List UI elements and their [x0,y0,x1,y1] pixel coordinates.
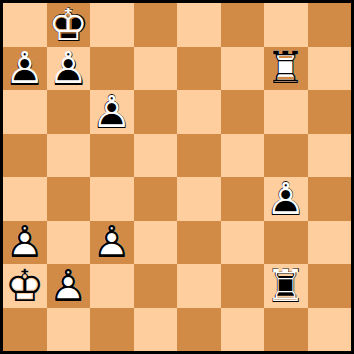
white-rook-body: ♜︎ [264,47,308,91]
square-f6[interactable] [221,90,265,134]
piece-black-rook[interactable]: ♜︎♖︎ [264,264,308,308]
square-a4[interactable] [3,177,47,221]
square-d3[interactable] [134,221,178,265]
square-e4[interactable] [177,177,221,221]
chess-diagram: ♚︎♔︎♟︎♙︎♟︎♙︎♜︎♖︎♟︎♙︎♟︎♙︎♟︎♙︎♟︎♙︎♚︎♔︎♟︎♙︎… [0,0,354,354]
chess-board: ♚︎♔︎♟︎♙︎♟︎♙︎♜︎♖︎♟︎♙︎♟︎♙︎♟︎♙︎♟︎♙︎♚︎♔︎♟︎♙︎… [3,3,351,351]
square-d2[interactable] [134,264,178,308]
square-g8[interactable] [264,3,308,47]
square-b3[interactable] [47,221,91,265]
square-g3[interactable] [264,221,308,265]
square-e6[interactable] [177,90,221,134]
square-f5[interactable] [221,134,265,178]
square-h3[interactable] [308,221,352,265]
square-d7[interactable] [134,47,178,91]
square-d6[interactable] [134,90,178,134]
white-pawn-body: ♟︎ [3,221,47,265]
square-b6[interactable] [47,90,91,134]
piece-white-pawn[interactable]: ♟︎♙︎ [3,221,47,265]
square-f3[interactable] [221,221,265,265]
black-pawn-outline: ♙︎ [90,90,134,134]
piece-black-king[interactable]: ♚︎♔︎ [47,3,91,47]
square-d1[interactable] [134,308,178,352]
square-e8[interactable] [177,3,221,47]
square-g6[interactable] [264,90,308,134]
square-g2[interactable]: ♜︎♖︎ [264,264,308,308]
white-pawn-outline: ♙︎ [90,221,134,265]
square-d5[interactable] [134,134,178,178]
square-f4[interactable] [221,177,265,221]
square-h1[interactable] [308,308,352,352]
square-e2[interactable] [177,264,221,308]
square-g1[interactable] [264,308,308,352]
square-f7[interactable] [221,47,265,91]
square-h4[interactable] [308,177,352,221]
square-c1[interactable] [90,308,134,352]
piece-white-pawn[interactable]: ♟︎♙︎ [47,264,91,308]
square-a2[interactable]: ♚︎♔︎ [3,264,47,308]
black-king-body: ♚︎ [45,2,91,48]
piece-white-pawn[interactable]: ♟︎♙︎ [90,221,134,265]
square-g5[interactable] [264,134,308,178]
white-king-outline: ♔︎ [3,264,47,308]
square-e7[interactable] [177,47,221,91]
square-a1[interactable] [3,308,47,352]
piece-black-pawn[interactable]: ♟︎♙︎ [264,177,308,221]
black-pawn-body: ♟︎ [2,45,48,91]
square-b2[interactable]: ♟︎♙︎ [47,264,91,308]
black-pawn-outline: ♙︎ [264,177,308,221]
black-pawn-body: ♟︎ [45,45,91,91]
black-pawn-outline: ♙︎ [3,47,47,91]
square-c4[interactable] [90,177,134,221]
white-pawn-outline: ♙︎ [3,221,47,265]
black-rook-body: ♜︎ [263,263,309,309]
square-h7[interactable] [308,47,352,91]
square-d8[interactable] [134,3,178,47]
square-b4[interactable] [47,177,91,221]
black-king-outline: ♔︎ [47,3,91,47]
white-rook-outline: ♖︎ [264,47,308,91]
black-pawn-body: ♟︎ [263,176,309,222]
square-g7[interactable]: ♜︎♖︎ [264,47,308,91]
square-a3[interactable]: ♟︎♙︎ [3,221,47,265]
square-c7[interactable] [90,47,134,91]
piece-black-pawn[interactable]: ♟︎♙︎ [90,90,134,134]
white-pawn-body: ♟︎ [90,221,134,265]
square-a7[interactable]: ♟︎♙︎ [3,47,47,91]
square-c3[interactable]: ♟︎♙︎ [90,221,134,265]
white-pawn-body: ♟︎ [47,264,91,308]
square-e3[interactable] [177,221,221,265]
square-f1[interactable] [221,308,265,352]
square-c8[interactable] [90,3,134,47]
square-e5[interactable] [177,134,221,178]
square-e1[interactable] [177,308,221,352]
square-h2[interactable] [308,264,352,308]
square-a5[interactable] [3,134,47,178]
square-b5[interactable] [47,134,91,178]
square-c5[interactable] [90,134,134,178]
piece-white-king[interactable]: ♚︎♔︎ [3,264,47,308]
square-h6[interactable] [308,90,352,134]
white-pawn-outline: ♙︎ [47,264,91,308]
square-b1[interactable] [47,308,91,352]
square-c2[interactable] [90,264,134,308]
black-pawn-body: ♟︎ [89,89,135,135]
piece-black-pawn[interactable]: ♟︎♙︎ [47,47,91,91]
piece-black-pawn[interactable]: ♟︎♙︎ [3,47,47,91]
black-pawn-outline: ♙︎ [47,47,91,91]
square-d4[interactable] [134,177,178,221]
square-b7[interactable]: ♟︎♙︎ [47,47,91,91]
square-h5[interactable] [308,134,352,178]
black-rook-outline: ♖︎ [264,264,308,308]
square-h8[interactable] [308,3,352,47]
square-g4[interactable]: ♟︎♙︎ [264,177,308,221]
square-c6[interactable]: ♟︎♙︎ [90,90,134,134]
square-a6[interactable] [3,90,47,134]
square-b8[interactable]: ♚︎♔︎ [47,3,91,47]
square-f8[interactable] [221,3,265,47]
square-a8[interactable] [3,3,47,47]
piece-white-rook[interactable]: ♜︎♖︎ [264,47,308,91]
square-f2[interactable] [221,264,265,308]
board-frame: ♚︎♔︎♟︎♙︎♟︎♙︎♜︎♖︎♟︎♙︎♟︎♙︎♟︎♙︎♟︎♙︎♚︎♔︎♟︎♙︎… [0,0,354,354]
white-king-body: ♚︎ [3,264,47,308]
